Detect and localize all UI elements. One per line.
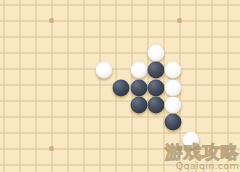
white-stone — [165, 97, 182, 114]
white-stone — [182, 131, 199, 148]
white-stone — [165, 62, 182, 79]
white-stone — [130, 62, 147, 79]
stone-layer — [0, 0, 240, 172]
gomoku-board[interactable]: 游戏攻略 Qqaiqin.com — [0, 0, 240, 172]
black-stone — [148, 62, 165, 79]
white-stone — [96, 62, 113, 79]
black-stone — [148, 79, 165, 96]
black-stone — [113, 79, 130, 96]
black-stone — [130, 79, 147, 96]
white-stone — [165, 79, 182, 96]
black-stone — [148, 97, 165, 114]
white-stone — [148, 45, 165, 62]
black-stone — [165, 114, 182, 131]
black-stone — [130, 97, 147, 114]
